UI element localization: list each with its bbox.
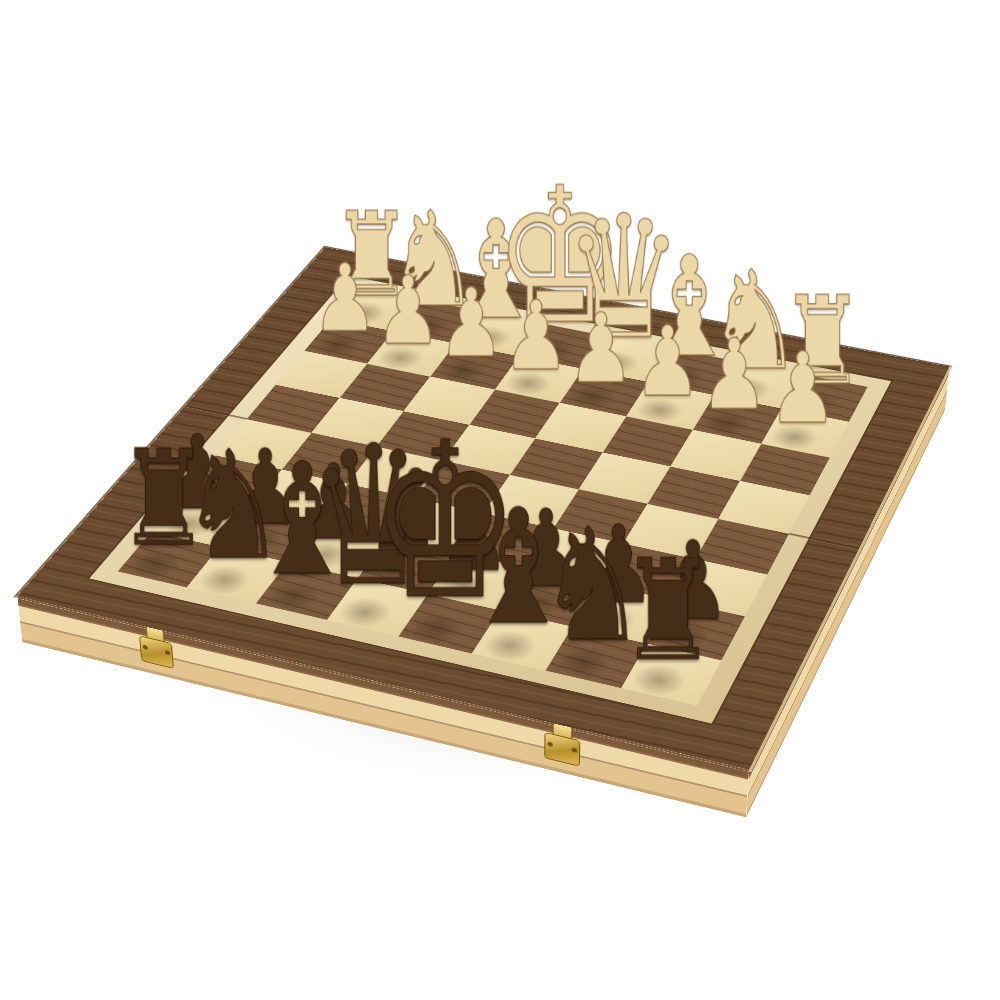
product-photo-chess-set: ♜♞♝♛♚♝♞♜♟♟♟♟♟♟♟♟♟♟♟♟♟♟♟♟♜♞♝♚♛♝♞♜	[0, 0, 1000, 1000]
brass-latch-left	[137, 623, 175, 673]
white-pawn-glyph: ♟	[688, 340, 918, 438]
brass-latch-right	[543, 719, 582, 770]
black-rook-glyph: ♜	[539, 541, 797, 680]
